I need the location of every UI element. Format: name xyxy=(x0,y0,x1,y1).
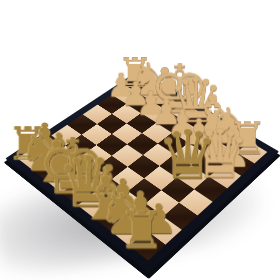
square-a7: ♟ xyxy=(223,153,255,176)
chess-set-photo: ♜♞♝♚♛♝♞♜♟♟♟♟♟♟♟♟♛♛♟♟♟♟♟♟♟♟♜♞♝♚♛♝♞♜ xyxy=(0,0,280,280)
piece-brass-rook-h1: ♜ xyxy=(6,126,47,162)
piece-wood-rook-h8: ♜ xyxy=(116,57,152,89)
square-d5 xyxy=(143,144,174,166)
